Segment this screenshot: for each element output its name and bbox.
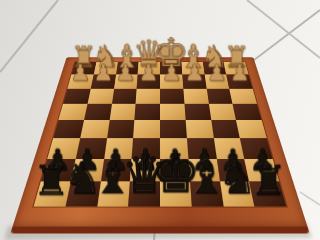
grout-line bbox=[0, 0, 58, 72]
square-d2: ♟ bbox=[160, 75, 183, 89]
square-d7: ♟ bbox=[160, 159, 190, 182]
square-h2: ♟ bbox=[67, 75, 93, 89]
square-a8: ♜ bbox=[249, 181, 286, 206]
square-e1: ♛ bbox=[138, 62, 160, 75]
chess-board: ♜♞♝♛♚♝♞♜♟♟♟♟♟♟♟♟♟♟♟♟♟♟♟♟♜♞♝♛♚♝♞♜ bbox=[34, 62, 287, 207]
square-f1: ♝ bbox=[116, 62, 139, 75]
square-e5 bbox=[133, 120, 160, 138]
square-f2: ♟ bbox=[114, 75, 138, 89]
square-e4 bbox=[135, 104, 160, 121]
square-c6 bbox=[187, 138, 217, 158]
square-b1: ♞ bbox=[202, 62, 226, 75]
square-d3 bbox=[160, 88, 184, 103]
square-c1: ♝ bbox=[181, 62, 204, 75]
square-d1: ♚ bbox=[160, 62, 182, 75]
square-b5 bbox=[211, 120, 240, 138]
grout-line bbox=[247, 0, 320, 58]
square-e7: ♟ bbox=[130, 159, 160, 182]
square-h6 bbox=[47, 138, 80, 158]
square-d8: ♚ bbox=[160, 181, 192, 206]
square-g5 bbox=[80, 120, 109, 138]
square-g1: ♞ bbox=[94, 62, 118, 75]
grout-line bbox=[300, 192, 320, 205]
square-g7: ♟ bbox=[71, 159, 104, 182]
square-e3 bbox=[136, 88, 160, 103]
square-d4 bbox=[160, 104, 185, 121]
square-c3 bbox=[183, 88, 208, 103]
square-a5 bbox=[236, 120, 267, 138]
square-h4 bbox=[58, 104, 87, 121]
square-h1: ♜ bbox=[71, 62, 96, 75]
square-g6 bbox=[76, 138, 107, 158]
square-d5 bbox=[160, 120, 187, 138]
square-a7: ♟ bbox=[244, 159, 279, 182]
square-f6 bbox=[104, 138, 134, 158]
square-b4 bbox=[208, 104, 236, 121]
square-d6 bbox=[160, 138, 188, 158]
square-h5 bbox=[53, 120, 84, 138]
square-c2: ♟ bbox=[182, 75, 206, 89]
square-e2: ♟ bbox=[137, 75, 160, 89]
square-b3 bbox=[206, 88, 232, 103]
photo-stage: ♜♞♝♛♚♝♞♜♟♟♟♟♟♟♟♟♟♟♟♟♟♟♟♟♜♞♝♛♚♝♞♜ bbox=[0, 0, 320, 240]
square-f4 bbox=[109, 104, 136, 121]
square-g4 bbox=[84, 104, 112, 121]
square-g8: ♞ bbox=[65, 181, 100, 206]
square-f5 bbox=[107, 120, 135, 138]
piece-black-knight: ♞ bbox=[63, 158, 102, 199]
square-c5 bbox=[185, 120, 213, 138]
square-a4 bbox=[233, 104, 262, 121]
square-b2: ♟ bbox=[204, 75, 229, 89]
square-c7: ♟ bbox=[188, 159, 219, 182]
square-a2: ♟ bbox=[226, 75, 252, 89]
square-f3 bbox=[112, 88, 137, 103]
square-f8: ♝ bbox=[97, 181, 130, 206]
square-g2: ♟ bbox=[91, 75, 116, 89]
square-g3 bbox=[87, 88, 113, 103]
square-a6 bbox=[240, 138, 273, 158]
square-f7: ♟ bbox=[100, 159, 131, 182]
square-c8: ♝ bbox=[190, 181, 223, 206]
square-a3 bbox=[229, 88, 256, 103]
square-e6 bbox=[132, 138, 160, 158]
square-e8: ♛ bbox=[128, 181, 160, 206]
square-c4 bbox=[184, 104, 211, 121]
square-a1: ♜ bbox=[224, 62, 249, 75]
square-h3 bbox=[63, 88, 90, 103]
